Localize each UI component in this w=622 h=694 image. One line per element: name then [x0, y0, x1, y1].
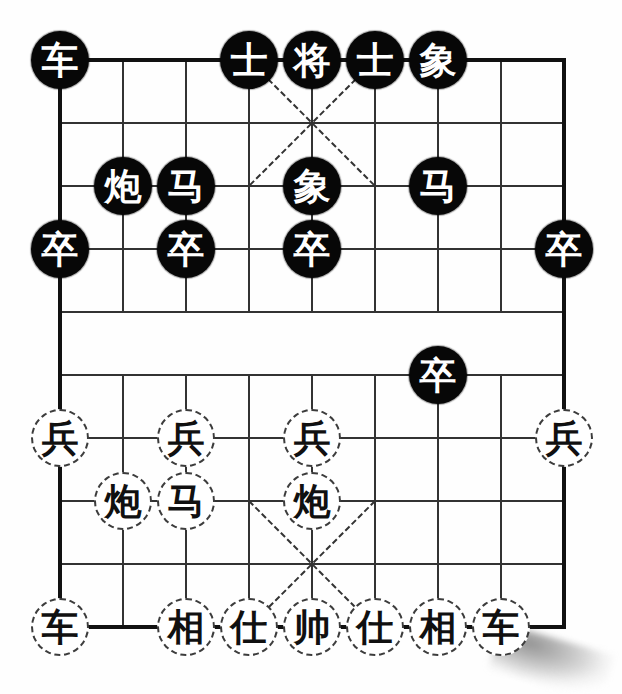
piece-red-chariot[interactable]: 车	[31, 598, 89, 656]
piece-black-soldier[interactable]: 卒	[157, 220, 215, 278]
piece-red-horse[interactable]: 马	[157, 472, 215, 530]
piece-red-elephant[interactable]: 相	[409, 598, 467, 656]
piece-black-horse[interactable]: 马	[157, 157, 215, 215]
xiangqi-diagram: 车士将士象炮马象马卒卒卒卒卒兵兵兵兵炮马炮车相仕帅仕相车	[0, 0, 622, 694]
piece-black-horse[interactable]: 马	[409, 157, 467, 215]
piece-black-advisor[interactable]: 士	[220, 31, 278, 89]
piece-red-cannon[interactable]: 炮	[94, 472, 152, 530]
piece-black-cannon[interactable]: 炮	[94, 157, 152, 215]
board-grid	[0, 0, 622, 694]
piece-red-soldier[interactable]: 兵	[535, 409, 593, 467]
piece-red-soldier[interactable]: 兵	[157, 409, 215, 467]
piece-black-elephant[interactable]: 象	[409, 31, 467, 89]
piece-black-chariot[interactable]: 车	[31, 31, 89, 89]
piece-black-advisor[interactable]: 士	[346, 31, 404, 89]
piece-black-soldier[interactable]: 卒	[283, 220, 341, 278]
piece-red-general[interactable]: 帅	[283, 598, 341, 656]
piece-black-general[interactable]: 将	[283, 31, 341, 89]
piece-black-soldier[interactable]: 卒	[535, 220, 593, 278]
piece-red-advisor[interactable]: 仕	[220, 598, 278, 656]
piece-red-soldier[interactable]: 兵	[31, 409, 89, 467]
piece-black-soldier[interactable]: 卒	[409, 346, 467, 404]
piece-red-elephant[interactable]: 相	[157, 598, 215, 656]
piece-black-soldier[interactable]: 卒	[31, 220, 89, 278]
piece-black-elephant[interactable]: 象	[283, 157, 341, 215]
piece-red-cannon[interactable]: 炮	[283, 472, 341, 530]
piece-red-advisor[interactable]: 仕	[346, 598, 404, 656]
piece-red-chariot[interactable]: 车	[472, 598, 530, 656]
piece-red-soldier[interactable]: 兵	[283, 409, 341, 467]
